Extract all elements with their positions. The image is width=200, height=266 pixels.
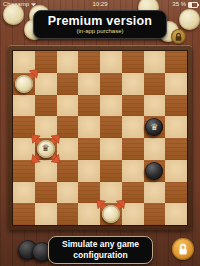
battery-icon [188,2,198,8]
premium-subtitle: (in-app purchase) [34,28,166,34]
king-crown-icon: ♛ [42,144,50,153]
clock-label: 10:29 [0,0,200,9]
simulate-banner[interactable]: Simulate any game configuration [48,236,153,264]
move-hint-arrows [13,51,187,225]
app-screen: Chaaamp 10:29 35 % Premium version (in-a… [0,0,200,266]
simulate-line1: Simulate any game [49,239,152,250]
white-man-piece[interactable] [102,205,120,223]
premium-version-banner[interactable]: Premium version (in-app purchase) [33,10,167,39]
king-crown-icon: ♛ [150,123,158,132]
lock-icon [177,243,189,256]
battery-percent-label: 35 % [172,0,186,9]
simulate-line2: configuration [49,250,152,261]
simulate-lock-button[interactable] [172,238,194,260]
checkers-board: ♛♛ [8,46,192,230]
status-bar: Chaaamp 10:29 35 % [0,0,200,9]
white-man-piece[interactable] [15,75,33,93]
light-checkers-piece-decoration [179,9,200,30]
lock-icon [174,32,183,42]
black-man-piece[interactable] [145,162,163,180]
premium-title: Premium version [34,14,166,28]
premium-lock-button[interactable] [171,29,186,44]
white-king-piece[interactable]: ♛ [37,140,55,158]
